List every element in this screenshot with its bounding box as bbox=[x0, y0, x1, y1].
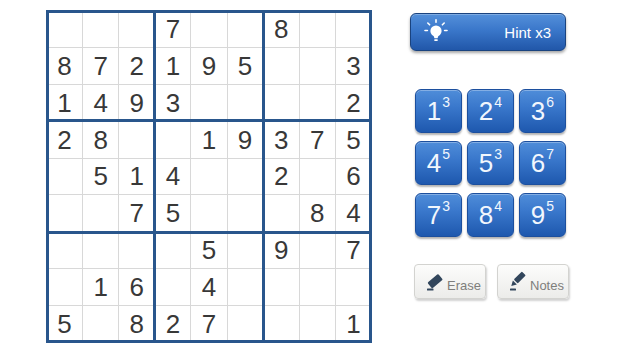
cell-r4c1[interactable]: 2 bbox=[47, 122, 82, 158]
numpad-button-9[interactable]: 95 bbox=[519, 193, 566, 237]
cell-r1c5[interactable] bbox=[191, 11, 226, 47]
cell-r2c4[interactable]: 1 bbox=[155, 48, 190, 84]
cell-r7c6[interactable] bbox=[228, 232, 263, 268]
numpad-remaining-count: 7 bbox=[546, 147, 554, 161]
cell-r9c6[interactable] bbox=[228, 306, 263, 342]
notes-button-label: Notes bbox=[530, 278, 564, 293]
cell-r4c8[interactable]: 7 bbox=[300, 122, 335, 158]
numpad-remaining-count: 3 bbox=[442, 199, 450, 213]
cell-r9c4[interactable]: 2 bbox=[155, 306, 190, 342]
notes-button[interactable]: Notes bbox=[497, 264, 569, 299]
cell-r3c2[interactable]: 4 bbox=[83, 85, 118, 121]
cell-r6c9[interactable]: 4 bbox=[336, 195, 371, 231]
cell-r2c5[interactable]: 9 bbox=[191, 48, 226, 84]
cell-r1c2[interactable] bbox=[83, 11, 118, 47]
sudoku-board: 7887219531493228193755142675845971645827… bbox=[46, 10, 372, 343]
cell-r4c5[interactable]: 1 bbox=[191, 122, 226, 158]
cell-r7c9[interactable]: 7 bbox=[336, 232, 371, 268]
cell-r9c2[interactable] bbox=[83, 306, 118, 342]
numpad-digit: 1 bbox=[427, 98, 441, 124]
cell-r2c2[interactable]: 7 bbox=[83, 48, 118, 84]
cell-r4c2[interactable]: 8 bbox=[83, 122, 118, 158]
hint-button[interactable]: Hint x3 bbox=[410, 13, 566, 51]
numpad-remaining-count: 3 bbox=[494, 147, 502, 161]
cell-r8c9[interactable] bbox=[336, 269, 371, 305]
cell-r2c9[interactable]: 3 bbox=[336, 48, 371, 84]
cell-r1c9[interactable] bbox=[336, 11, 371, 47]
cell-r6c5[interactable] bbox=[191, 195, 226, 231]
erase-button[interactable]: Erase bbox=[414, 264, 486, 299]
numpad-digit: 6 bbox=[531, 150, 545, 176]
cell-r9c8[interactable] bbox=[300, 306, 335, 342]
cell-r4c3[interactable] bbox=[119, 122, 154, 158]
cell-r9c3[interactable]: 8 bbox=[119, 306, 154, 342]
cell-r2c3[interactable]: 2 bbox=[119, 48, 154, 84]
cell-r3c1[interactable]: 1 bbox=[47, 85, 82, 121]
cell-r6c3[interactable]: 7 bbox=[119, 195, 154, 231]
numpad-remaining-count: 3 bbox=[442, 95, 450, 109]
cell-r5c9[interactable]: 6 bbox=[336, 159, 371, 195]
number-pad: 132436455367738495 bbox=[415, 89, 566, 237]
cell-r9c7[interactable] bbox=[264, 306, 299, 342]
cell-r2c1[interactable]: 8 bbox=[47, 48, 82, 84]
numpad-button-7[interactable]: 73 bbox=[415, 193, 462, 237]
cell-r8c8[interactable] bbox=[300, 269, 335, 305]
cell-r8c3[interactable]: 6 bbox=[119, 269, 154, 305]
cell-r6c1[interactable] bbox=[47, 195, 82, 231]
cell-r1c6[interactable] bbox=[228, 11, 263, 47]
numpad-button-1[interactable]: 13 bbox=[415, 89, 462, 133]
cell-r4c4[interactable] bbox=[155, 122, 190, 158]
cell-r7c3[interactable] bbox=[119, 232, 154, 268]
cell-r3c7[interactable] bbox=[264, 85, 299, 121]
numpad-remaining-count: 4 bbox=[494, 199, 502, 213]
cell-r8c5[interactable]: 4 bbox=[191, 269, 226, 305]
numpad-remaining-count: 5 bbox=[442, 147, 450, 161]
numpad-button-8[interactable]: 84 bbox=[467, 193, 514, 237]
numpad-digit: 4 bbox=[427, 150, 441, 176]
cell-r3c8[interactable] bbox=[300, 85, 335, 121]
numpad-remaining-count: 6 bbox=[546, 95, 554, 109]
cell-r5c1[interactable] bbox=[47, 159, 82, 195]
cell-r7c2[interactable] bbox=[83, 232, 118, 268]
sudoku-grid: 7887219531493228193755142675845971645827… bbox=[46, 10, 372, 343]
cell-r5c2[interactable]: 5 bbox=[83, 159, 118, 195]
cell-r2c6[interactable]: 5 bbox=[228, 48, 263, 84]
cell-r3c4[interactable]: 3 bbox=[155, 85, 190, 121]
numpad-button-2[interactable]: 24 bbox=[467, 89, 514, 133]
cell-r4c7[interactable]: 3 bbox=[264, 122, 299, 158]
hint-button-label: Hint x3 bbox=[504, 24, 551, 41]
cell-r4c9[interactable]: 5 bbox=[336, 122, 371, 158]
numpad-button-3[interactable]: 36 bbox=[519, 89, 566, 133]
cell-r6c7[interactable] bbox=[264, 195, 299, 231]
cell-r8c7[interactable] bbox=[264, 269, 299, 305]
cell-r7c5[interactable]: 5 bbox=[191, 232, 226, 268]
cell-r9c9[interactable]: 1 bbox=[336, 306, 371, 342]
numpad-button-5[interactable]: 53 bbox=[467, 141, 514, 185]
cell-r9c5[interactable]: 7 bbox=[191, 306, 226, 342]
cell-r6c6[interactable] bbox=[228, 195, 263, 231]
cell-r6c2[interactable] bbox=[83, 195, 118, 231]
cell-r5c4[interactable]: 4 bbox=[155, 159, 190, 195]
numpad-digit: 2 bbox=[479, 98, 493, 124]
cell-r5c7[interactable]: 2 bbox=[264, 159, 299, 195]
cell-r1c1[interactable] bbox=[47, 11, 82, 47]
cell-r5c6[interactable] bbox=[228, 159, 263, 195]
cell-r3c3[interactable]: 9 bbox=[119, 85, 154, 121]
numpad-remaining-count: 5 bbox=[546, 199, 554, 213]
cell-r3c5[interactable] bbox=[191, 85, 226, 121]
cell-r9c1[interactable]: 5 bbox=[47, 306, 82, 342]
numpad-button-6[interactable]: 67 bbox=[519, 141, 566, 185]
numpad-remaining-count: 4 bbox=[494, 95, 502, 109]
cell-r5c8[interactable] bbox=[300, 159, 335, 195]
numpad-digit: 5 bbox=[479, 150, 493, 176]
cell-r8c4[interactable] bbox=[155, 269, 190, 305]
cell-r8c1[interactable] bbox=[47, 269, 82, 305]
cell-r1c4[interactable]: 7 bbox=[155, 11, 190, 47]
numpad-digit: 8 bbox=[479, 202, 493, 228]
numpad-digit: 3 bbox=[531, 98, 545, 124]
cell-r7c8[interactable] bbox=[300, 232, 335, 268]
cell-r7c4[interactable] bbox=[155, 232, 190, 268]
sudoku-app: 7887219531493228193755142675845971645827… bbox=[0, 0, 640, 360]
eraser-icon bbox=[421, 269, 447, 295]
cell-r8c6[interactable] bbox=[228, 269, 263, 305]
cell-r7c7[interactable]: 9 bbox=[264, 232, 299, 268]
numpad-button-4[interactable]: 45 bbox=[415, 141, 462, 185]
cell-r2c8[interactable] bbox=[300, 48, 335, 84]
cell-r8c2[interactable]: 1 bbox=[83, 269, 118, 305]
pencil-icon bbox=[504, 269, 530, 295]
numpad-digit: 9 bbox=[531, 202, 545, 228]
cell-r1c7[interactable]: 8 bbox=[264, 11, 299, 47]
cell-r1c8[interactable] bbox=[300, 11, 335, 47]
cell-r1c3[interactable] bbox=[119, 11, 154, 47]
cell-r4c6[interactable]: 9 bbox=[228, 122, 263, 158]
cell-r6c8[interactable]: 8 bbox=[300, 195, 335, 231]
cell-r5c5[interactable] bbox=[191, 159, 226, 195]
cell-r5c3[interactable]: 1 bbox=[119, 159, 154, 195]
cell-r6c4[interactable]: 5 bbox=[155, 195, 190, 231]
lightbulb-icon bbox=[424, 19, 448, 45]
numpad-digit: 7 bbox=[427, 202, 441, 228]
cell-r2c7[interactable] bbox=[264, 48, 299, 84]
cell-r3c6[interactable] bbox=[228, 85, 263, 121]
erase-button-label: Erase bbox=[447, 278, 481, 293]
cell-r7c1[interactable] bbox=[47, 232, 82, 268]
cell-r3c9[interactable]: 2 bbox=[336, 85, 371, 121]
